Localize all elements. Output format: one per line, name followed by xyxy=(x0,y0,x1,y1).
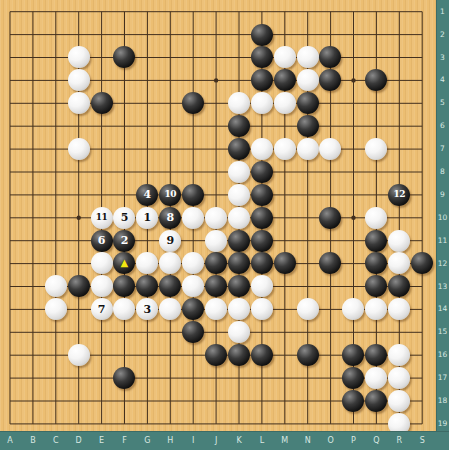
row-label-13: 13 xyxy=(438,283,448,291)
black-stone-K12 xyxy=(228,252,250,274)
black-stone-Q18 xyxy=(365,390,387,412)
white-stone-L13 xyxy=(251,275,273,297)
white-stone-H11: 9 xyxy=(159,230,181,252)
white-stone-Q14 xyxy=(365,298,387,320)
black-stone-L16 xyxy=(251,344,273,366)
white-stone-L5 xyxy=(251,92,273,114)
row-label-14: 14 xyxy=(438,306,448,314)
white-stone-D4 xyxy=(68,69,90,91)
column-label-R: R xyxy=(397,437,403,445)
black-stone-O12 xyxy=(319,252,341,274)
white-stone-F14 xyxy=(113,298,135,320)
row-label-11: 11 xyxy=(438,237,448,245)
white-stone-D3 xyxy=(68,46,90,68)
column-label-S: S xyxy=(420,437,425,445)
black-stone-L12 xyxy=(251,252,273,274)
column-label-C: C xyxy=(53,437,59,445)
white-stone-N4 xyxy=(297,69,319,91)
black-stone-I15 xyxy=(182,321,204,343)
row-label-17: 17 xyxy=(438,374,448,382)
column-label-Q: Q xyxy=(373,437,379,445)
white-stone-J14 xyxy=(205,298,227,320)
black-stone-E11: 6 xyxy=(91,230,113,252)
white-stone-N7 xyxy=(297,138,319,160)
black-stone-L3 xyxy=(251,46,273,68)
white-stone-D16 xyxy=(68,344,90,366)
black-stone-F11: 2 xyxy=(113,230,135,252)
row-label-4: 4 xyxy=(440,77,445,85)
white-stone-D7 xyxy=(68,138,90,160)
row-label-5: 5 xyxy=(440,100,445,108)
white-stone-R16 xyxy=(388,344,410,366)
black-stone-E5 xyxy=(91,92,113,114)
black-stone-L2 xyxy=(251,24,273,46)
white-stone-R11 xyxy=(388,230,410,252)
black-stone-N5 xyxy=(297,92,319,114)
black-stone-K13 xyxy=(228,275,250,297)
white-stone-K10 xyxy=(228,207,250,229)
black-stone-D13 xyxy=(68,275,90,297)
white-stone-H12 xyxy=(159,252,181,274)
black-stone-K16 xyxy=(228,344,250,366)
column-label-H: H xyxy=(167,437,173,445)
black-stone-M12 xyxy=(274,252,296,274)
black-stone-K7 xyxy=(228,138,250,160)
white-stone-L7 xyxy=(251,138,273,160)
white-stone-R17 xyxy=(388,367,410,389)
white-stone-K8 xyxy=(228,161,250,183)
black-stone-G9: 4 xyxy=(136,184,158,206)
black-stone-Q12 xyxy=(365,252,387,274)
white-stone-E14: 7 xyxy=(91,298,113,320)
black-stone-P16 xyxy=(342,344,364,366)
row-label-1: 1 xyxy=(440,8,445,16)
white-stone-K5 xyxy=(228,92,250,114)
move-number-label: 3 xyxy=(144,303,152,314)
row-label-9: 9 xyxy=(440,191,445,199)
white-stone-M5 xyxy=(274,92,296,114)
white-stone-K15 xyxy=(228,321,250,343)
black-stone-I9 xyxy=(182,184,204,206)
black-stone-P18 xyxy=(342,390,364,412)
white-stone-D5 xyxy=(68,92,90,114)
black-stone-F17 xyxy=(113,367,135,389)
move-number-label: 11 xyxy=(96,213,108,222)
white-stone-P14 xyxy=(342,298,364,320)
black-stone-J13 xyxy=(205,275,227,297)
white-stone-R12 xyxy=(388,252,410,274)
black-stone-Q11 xyxy=(365,230,387,252)
black-stone-K11 xyxy=(228,230,250,252)
move-number-label: 4 xyxy=(144,189,152,200)
row-label-18: 18 xyxy=(438,397,448,405)
white-stone-G12 xyxy=(136,252,158,274)
black-stone-N16 xyxy=(297,344,319,366)
white-stone-R14 xyxy=(388,298,410,320)
column-label-G: G xyxy=(144,437,150,445)
black-stone-O4 xyxy=(319,69,341,91)
move-number-label: 10 xyxy=(164,190,176,199)
white-stone-M3 xyxy=(274,46,296,68)
white-stone-L14 xyxy=(251,298,273,320)
column-label-A: A xyxy=(7,437,12,445)
white-stone-G14: 3 xyxy=(136,298,158,320)
stones-layer: 4101211518629▲73 xyxy=(0,0,433,435)
black-stone-P17 xyxy=(342,367,364,389)
black-stone-G13 xyxy=(136,275,158,297)
white-stone-E12 xyxy=(91,252,113,274)
column-label-B: B xyxy=(30,437,36,445)
row-label-16: 16 xyxy=(438,351,448,359)
move-number-label: 9 xyxy=(166,235,174,246)
white-stone-R18 xyxy=(388,390,410,412)
black-stone-L4 xyxy=(251,69,273,91)
black-stone-F3 xyxy=(113,46,135,68)
row-label-3: 3 xyxy=(440,54,445,62)
row-label-2: 2 xyxy=(440,31,445,39)
white-stone-H14 xyxy=(159,298,181,320)
black-stone-L8 xyxy=(251,161,273,183)
triangle-marker-icon: ▲ xyxy=(113,252,135,274)
black-stone-J16 xyxy=(205,344,227,366)
black-stone-I5 xyxy=(182,92,204,114)
column-label-D: D xyxy=(76,437,82,445)
row-label-6: 6 xyxy=(440,122,445,130)
white-stone-Q10 xyxy=(365,207,387,229)
black-stone-M4 xyxy=(274,69,296,91)
column-label-N: N xyxy=(305,437,311,445)
go-board[interactable]: 4101211518629▲73 xyxy=(0,0,436,431)
move-number-label: 12 xyxy=(393,190,405,199)
move-number-label: 8 xyxy=(166,212,174,223)
row-label-12: 12 xyxy=(438,260,448,268)
go-diagram-page: { "game": "go", "board": { "size": 19, "… xyxy=(0,0,449,450)
black-stone-N6 xyxy=(297,115,319,137)
row-label-15: 15 xyxy=(438,329,448,337)
row-label-19: 19 xyxy=(438,420,448,428)
column-label-M: M xyxy=(281,437,288,445)
column-labels-band xyxy=(0,431,449,450)
white-stone-K14 xyxy=(228,298,250,320)
row-label-10: 10 xyxy=(438,214,448,222)
move-number-label: 5 xyxy=(121,212,129,223)
white-stone-M7 xyxy=(274,138,296,160)
column-label-J: J xyxy=(215,437,217,445)
black-stone-Q4 xyxy=(365,69,387,91)
black-stone-I14 xyxy=(182,298,204,320)
white-stone-F10: 5 xyxy=(113,207,135,229)
black-stone-Q13 xyxy=(365,275,387,297)
white-stone-K9 xyxy=(228,184,250,206)
column-label-P: P xyxy=(351,437,356,445)
black-stone-Q16 xyxy=(365,344,387,366)
white-stone-I12 xyxy=(182,252,204,274)
white-stone-Q17 xyxy=(365,367,387,389)
white-stone-N3 xyxy=(297,46,319,68)
black-stone-O3 xyxy=(319,46,341,68)
black-stone-H9: 10 xyxy=(159,184,181,206)
white-stone-J10 xyxy=(205,207,227,229)
black-stone-R13 xyxy=(388,275,410,297)
white-stone-I13 xyxy=(182,275,204,297)
white-stone-I10 xyxy=(182,207,204,229)
column-label-F: F xyxy=(122,437,127,445)
black-stone-L11 xyxy=(251,230,273,252)
black-stone-H10: 8 xyxy=(159,207,181,229)
white-stone-E13 xyxy=(91,275,113,297)
black-stone-L9 xyxy=(251,184,273,206)
white-stone-E10: 11 xyxy=(91,207,113,229)
column-label-K: K xyxy=(236,437,241,445)
black-stone-S12 xyxy=(411,252,433,274)
black-stone-O10 xyxy=(319,207,341,229)
move-number-label: 6 xyxy=(98,235,106,246)
move-number-label: 1 xyxy=(144,212,152,223)
white-stone-C13 xyxy=(45,275,67,297)
white-stone-Q7 xyxy=(365,138,387,160)
move-number-label: 2 xyxy=(121,235,129,246)
black-stone-F12: ▲ xyxy=(113,252,135,274)
black-stone-R9: 12 xyxy=(388,184,410,206)
black-stone-F13 xyxy=(113,275,135,297)
black-stone-H13 xyxy=(159,275,181,297)
white-stone-J11 xyxy=(205,230,227,252)
column-label-O: O xyxy=(327,437,333,445)
black-stone-L10 xyxy=(251,207,273,229)
column-label-I: I xyxy=(192,437,194,445)
white-stone-C14 xyxy=(45,298,67,320)
row-label-8: 8 xyxy=(440,168,445,176)
row-label-7: 7 xyxy=(440,145,445,153)
white-stone-G10: 1 xyxy=(136,207,158,229)
black-stone-K6 xyxy=(228,115,250,137)
black-stone-J12 xyxy=(205,252,227,274)
column-label-E: E xyxy=(99,437,104,445)
move-number-label: 7 xyxy=(98,303,106,314)
white-stone-O7 xyxy=(319,138,341,160)
white-stone-N14 xyxy=(297,298,319,320)
column-label-L: L xyxy=(260,437,264,445)
